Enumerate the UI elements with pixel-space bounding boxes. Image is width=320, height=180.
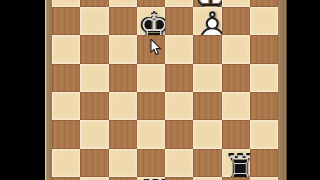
square-h8[interactable] [250,0,278,7]
square-f1[interactable] [193,177,221,180]
square-h4[interactable] [250,92,278,120]
square-c2[interactable] [109,149,137,177]
square-g6[interactable] [222,35,250,63]
square-e1[interactable] [165,177,193,180]
square-f5[interactable] [193,64,221,92]
square-d1[interactable]: ♜♖ [137,177,165,180]
square-e3[interactable] [165,120,193,148]
video-frame: ♚♔♚♔♟♙♜♖♜♖ [0,0,320,180]
square-e5[interactable] [165,64,193,92]
square-c1[interactable] [109,177,137,180]
square-c8[interactable] [109,0,137,7]
square-b8[interactable] [80,0,108,7]
square-h7[interactable] [250,7,278,35]
square-g4[interactable] [222,92,250,120]
square-d6[interactable] [137,35,165,63]
square-b7[interactable] [80,7,108,35]
square-a4[interactable] [52,92,80,120]
square-g2[interactable]: ♜♖ [222,149,250,177]
square-a3[interactable] [52,120,80,148]
square-h2[interactable] [250,149,278,177]
square-e6[interactable] [165,35,193,63]
square-b1[interactable] [80,177,108,180]
square-g7[interactable] [222,7,250,35]
square-e4[interactable] [165,92,193,120]
square-f6[interactable] [193,35,221,63]
square-f7[interactable]: ♟♙ [193,7,221,35]
square-d4[interactable] [137,92,165,120]
square-d3[interactable] [137,120,165,148]
white-pawn[interactable]: ♟♙ [193,7,221,35]
square-d7[interactable]: ♚♔ [137,7,165,35]
square-a8[interactable] [52,0,80,7]
square-h6[interactable] [250,35,278,63]
square-b6[interactable] [80,35,108,63]
square-c3[interactable] [109,120,137,148]
chess-board[interactable]: ♚♔♚♔♟♙♜♖♜♖ [52,0,278,180]
square-b4[interactable] [80,92,108,120]
square-h1[interactable] [250,177,278,180]
square-a6[interactable] [52,35,80,63]
square-c5[interactable] [109,64,137,92]
black-king[interactable]: ♚♔ [137,7,165,35]
square-f4[interactable] [193,92,221,120]
square-f3[interactable] [193,120,221,148]
square-h5[interactable] [250,64,278,92]
square-g1[interactable] [222,177,250,180]
square-f2[interactable] [193,149,221,177]
square-c4[interactable] [109,92,137,120]
square-d5[interactable] [137,64,165,92]
square-b2[interactable] [80,149,108,177]
square-a7[interactable] [52,7,80,35]
square-c7[interactable] [109,7,137,35]
white-rook[interactable]: ♜♖ [137,174,165,180]
square-a5[interactable] [52,64,80,92]
square-a2[interactable] [52,149,80,177]
square-b3[interactable] [80,120,108,148]
square-c6[interactable] [109,35,137,63]
square-a1[interactable] [52,177,80,180]
square-g5[interactable] [222,64,250,92]
square-e7[interactable] [165,7,193,35]
square-b5[interactable] [80,64,108,92]
black-rook[interactable]: ♜♖ [222,149,250,177]
